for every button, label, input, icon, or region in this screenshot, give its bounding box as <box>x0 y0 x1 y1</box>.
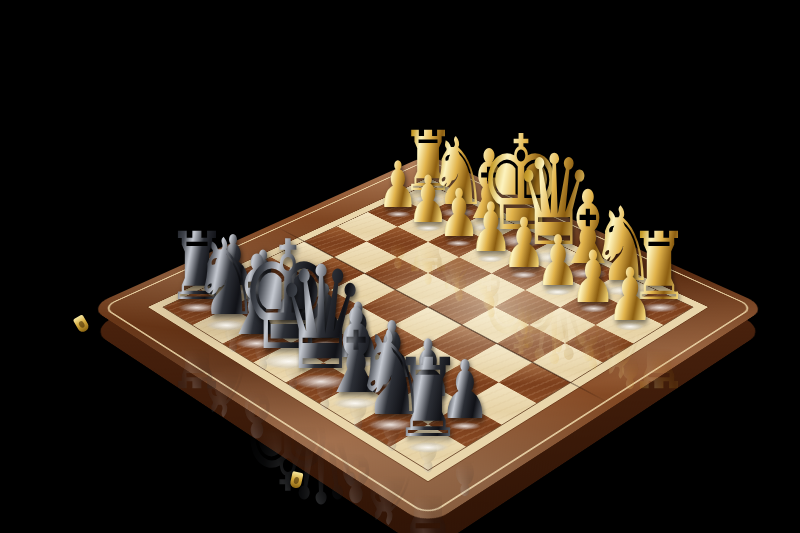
square-d6[interactable] <box>359 325 428 363</box>
square-f8[interactable] <box>222 325 291 363</box>
square-c5[interactable] <box>428 325 497 363</box>
square-a8[interactable] <box>390 424 465 470</box>
square-a2[interactable] <box>596 307 663 343</box>
square-b4[interactable] <box>497 325 566 363</box>
square-b7[interactable] <box>392 382 464 424</box>
square-a7[interactable] <box>428 403 502 447</box>
scene <box>0 0 800 533</box>
square-e7[interactable] <box>291 325 360 363</box>
chess-set-photo: Photograph of a folding rosewood and map… <box>0 0 800 533</box>
square-a5[interactable] <box>499 362 570 403</box>
square-b3[interactable] <box>529 307 596 343</box>
square-e8[interactable] <box>254 343 324 382</box>
square-b8[interactable] <box>354 403 428 447</box>
square-b6[interactable] <box>428 362 499 403</box>
square-b5[interactable] <box>463 343 533 382</box>
square-g8[interactable] <box>192 307 259 343</box>
square-c6[interactable] <box>393 343 463 382</box>
square-a3[interactable] <box>565 325 634 363</box>
square-f7[interactable] <box>260 307 327 343</box>
square-d5[interactable] <box>394 307 461 343</box>
square-a4[interactable] <box>533 343 603 382</box>
square-c8[interactable] <box>319 382 391 424</box>
board-surface <box>89 155 768 527</box>
maple-border <box>148 178 708 481</box>
square-c4[interactable] <box>462 307 529 343</box>
square-a6[interactable] <box>464 382 536 424</box>
square-d7[interactable] <box>323 343 393 382</box>
square-e6[interactable] <box>327 307 394 343</box>
square-c7[interactable] <box>357 362 428 403</box>
chess-board <box>89 155 768 527</box>
square-d8[interactable] <box>286 362 357 403</box>
